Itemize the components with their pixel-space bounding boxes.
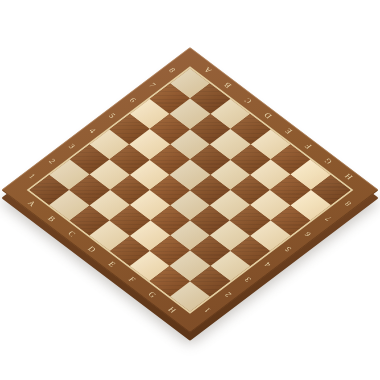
playing-field xyxy=(27,66,354,313)
chess-board: AA88BB77CC66DD55EE44FF33GG22HH11 xyxy=(1,47,379,333)
board-photo-scene: AA88BB77CC66DD55EE44FF33GG22HH11 xyxy=(0,0,380,380)
